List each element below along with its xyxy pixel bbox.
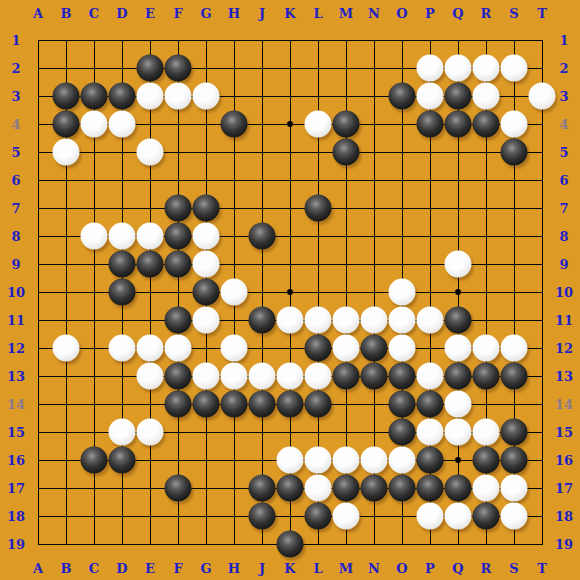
stone-white-R3 (473, 83, 500, 110)
stone-white-D4 (109, 111, 136, 138)
col-label-top-A: A (33, 7, 43, 20)
stone-white-P18 (417, 503, 444, 530)
col-label-top-K: K (284, 7, 295, 20)
col-label-bottom-B: B (61, 562, 72, 575)
col-label-top-N: N (368, 7, 380, 20)
stone-white-L16 (305, 447, 332, 474)
stone-white-O16 (389, 447, 416, 474)
row-label-left-11: 11 (7, 314, 25, 327)
stone-black-H4 (221, 111, 248, 138)
stone-black-Q11 (445, 307, 472, 334)
col-label-top-H: H (228, 7, 240, 20)
col-label-top-G: G (200, 7, 211, 20)
row-label-right-10: 10 (555, 286, 573, 299)
row-label-right-9: 9 (559, 258, 568, 271)
row-label-left-14: 14 (7, 398, 25, 411)
stone-black-O15 (389, 419, 416, 446)
row-label-left-16: 16 (7, 454, 25, 467)
row-label-right-15: 15 (555, 426, 573, 439)
stone-white-G8 (193, 223, 220, 250)
stone-black-N12 (361, 335, 388, 362)
col-label-top-L: L (313, 7, 322, 20)
row-label-right-11: 11 (555, 314, 573, 327)
row-label-left-6: 6 (11, 174, 20, 187)
stone-black-D16 (109, 447, 136, 474)
row-label-right-5: 5 (559, 146, 568, 159)
row-label-left-17: 17 (7, 482, 25, 495)
col-label-bottom-L: L (313, 562, 322, 575)
stone-white-G13 (193, 363, 220, 390)
stone-white-M18 (333, 503, 360, 530)
stone-black-N13 (361, 363, 388, 390)
stone-black-S5 (501, 139, 528, 166)
stone-white-E5 (137, 139, 164, 166)
stone-white-Q2 (445, 55, 472, 82)
row-label-left-3: 3 (11, 90, 20, 103)
star-point-Q16 (455, 457, 461, 463)
stone-black-G14 (193, 391, 220, 418)
row-label-left-12: 12 (7, 342, 25, 355)
stone-white-E15 (137, 419, 164, 446)
row-label-left-10: 10 (7, 286, 25, 299)
stone-white-Q15 (445, 419, 472, 446)
stone-white-D8 (109, 223, 136, 250)
stone-white-P2 (417, 55, 444, 82)
stone-white-S12 (501, 335, 528, 362)
stone-white-E8 (137, 223, 164, 250)
stone-white-T3 (529, 83, 556, 110)
stone-black-G7 (193, 195, 220, 222)
row-label-right-7: 7 (559, 202, 568, 215)
stone-black-O17 (389, 475, 416, 502)
stone-white-Q12 (445, 335, 472, 362)
stone-white-R2 (473, 55, 500, 82)
row-label-left-2: 2 (11, 62, 20, 75)
stone-white-D15 (109, 419, 136, 446)
stone-black-F14 (165, 391, 192, 418)
stone-black-B4 (53, 111, 80, 138)
row-label-right-13: 13 (555, 370, 573, 383)
stone-black-R16 (473, 447, 500, 474)
row-label-right-12: 12 (555, 342, 573, 355)
row-label-right-16: 16 (555, 454, 573, 467)
col-label-bottom-E: E (145, 562, 155, 575)
stone-black-D3 (109, 83, 136, 110)
col-label-top-C: C (89, 7, 99, 20)
stone-white-Q18 (445, 503, 472, 530)
stone-white-C4 (81, 111, 108, 138)
stone-white-B5 (53, 139, 80, 166)
stone-white-B12 (53, 335, 80, 362)
stone-black-F13 (165, 363, 192, 390)
col-label-top-T: T (537, 7, 547, 20)
stone-black-J17 (249, 475, 276, 502)
stone-black-F2 (165, 55, 192, 82)
stone-black-P4 (417, 111, 444, 138)
stone-white-E13 (137, 363, 164, 390)
stone-black-J14 (249, 391, 276, 418)
stone-black-M13 (333, 363, 360, 390)
stone-black-F17 (165, 475, 192, 502)
stone-black-E9 (137, 251, 164, 278)
row-label-right-17: 17 (555, 482, 573, 495)
stone-white-N11 (361, 307, 388, 334)
stone-black-J8 (249, 223, 276, 250)
stone-black-B3 (53, 83, 80, 110)
col-label-top-R: R (481, 7, 492, 20)
row-label-left-13: 13 (7, 370, 25, 383)
col-label-bottom-C: C (89, 562, 99, 575)
stone-black-E2 (137, 55, 164, 82)
stone-white-K11 (277, 307, 304, 334)
stone-white-O12 (389, 335, 416, 362)
stone-white-E12 (137, 335, 164, 362)
stone-white-Q14 (445, 391, 472, 418)
stone-black-S15 (501, 419, 528, 446)
stone-black-R13 (473, 363, 500, 390)
stone-black-D10 (109, 279, 136, 306)
stone-white-G11 (193, 307, 220, 334)
row-label-left-4: 4 (11, 118, 20, 131)
stone-black-P14 (417, 391, 444, 418)
stone-black-L14 (305, 391, 332, 418)
stone-white-S17 (501, 475, 528, 502)
col-label-top-P: P (425, 7, 435, 20)
stone-black-K19 (277, 531, 304, 558)
row-label-right-14: 14 (555, 398, 573, 411)
stone-black-G10 (193, 279, 220, 306)
stone-black-N17 (361, 475, 388, 502)
stone-white-P13 (417, 363, 444, 390)
stone-white-G9 (193, 251, 220, 278)
col-label-bottom-S: S (509, 562, 518, 575)
stone-white-K13 (277, 363, 304, 390)
stone-white-L13 (305, 363, 332, 390)
col-label-bottom-N: N (368, 562, 380, 575)
col-label-bottom-P: P (425, 562, 435, 575)
row-label-right-3: 3 (559, 90, 568, 103)
stone-white-D12 (109, 335, 136, 362)
stone-black-Q17 (445, 475, 472, 502)
col-label-bottom-T: T (537, 562, 547, 575)
stone-black-O14 (389, 391, 416, 418)
row-label-left-1: 1 (11, 34, 20, 47)
col-label-bottom-K: K (284, 562, 295, 575)
stone-white-P15 (417, 419, 444, 446)
row-label-right-2: 2 (559, 62, 568, 75)
stone-white-N16 (361, 447, 388, 474)
stone-white-R12 (473, 335, 500, 362)
stone-black-P17 (417, 475, 444, 502)
col-label-top-B: B (61, 7, 72, 20)
stone-white-M11 (333, 307, 360, 334)
row-label-right-19: 19 (555, 538, 573, 551)
col-label-bottom-F: F (173, 562, 182, 575)
row-label-left-7: 7 (11, 202, 20, 215)
stone-white-P11 (417, 307, 444, 334)
col-label-top-Q: Q (452, 7, 463, 20)
stone-black-C3 (81, 83, 108, 110)
col-label-bottom-D: D (116, 562, 127, 575)
stone-white-O10 (389, 279, 416, 306)
stone-black-F11 (165, 307, 192, 334)
col-label-bottom-O: O (396, 562, 407, 575)
stone-white-M12 (333, 335, 360, 362)
stone-black-K14 (277, 391, 304, 418)
stone-white-Q9 (445, 251, 472, 278)
col-label-top-M: M (339, 7, 353, 20)
row-label-left-15: 15 (7, 426, 25, 439)
stone-white-K16 (277, 447, 304, 474)
col-label-bottom-A: A (33, 562, 43, 575)
stone-black-C16 (81, 447, 108, 474)
stone-white-F3 (165, 83, 192, 110)
stone-black-L18 (305, 503, 332, 530)
row-label-left-18: 18 (7, 510, 25, 523)
stone-black-R18 (473, 503, 500, 530)
col-label-top-D: D (116, 7, 127, 20)
star-point-K4 (287, 121, 293, 127)
col-label-bottom-R: R (481, 562, 492, 575)
stone-white-L4 (305, 111, 332, 138)
stone-white-G3 (193, 83, 220, 110)
stone-black-H14 (221, 391, 248, 418)
col-label-bottom-G: G (200, 562, 211, 575)
stone-black-Q4 (445, 111, 472, 138)
stone-white-H10 (221, 279, 248, 306)
stone-black-L7 (305, 195, 332, 222)
stone-black-Q13 (445, 363, 472, 390)
stone-black-M17 (333, 475, 360, 502)
stone-black-F8 (165, 223, 192, 250)
stone-black-M5 (333, 139, 360, 166)
stone-white-H13 (221, 363, 248, 390)
row-label-right-1: 1 (559, 34, 568, 47)
stone-black-F9 (165, 251, 192, 278)
col-label-top-O: O (396, 7, 407, 20)
go-board-stage: AABBCCDDEEFFGGHHJJKKLLMMNNOOPPQQRRSSTT11… (0, 0, 580, 580)
row-label-left-9: 9 (11, 258, 20, 271)
stone-white-R15 (473, 419, 500, 446)
col-label-bottom-Q: Q (452, 562, 463, 575)
stone-white-L17 (305, 475, 332, 502)
row-label-left-8: 8 (11, 230, 20, 243)
stone-white-S2 (501, 55, 528, 82)
stone-black-L12 (305, 335, 332, 362)
stone-black-F7 (165, 195, 192, 222)
stone-white-C8 (81, 223, 108, 250)
col-label-top-F: F (173, 7, 182, 20)
stone-white-P3 (417, 83, 444, 110)
stone-white-J13 (249, 363, 276, 390)
stone-black-Q3 (445, 83, 472, 110)
star-point-K10 (287, 289, 293, 295)
stone-white-F12 (165, 335, 192, 362)
stone-black-S16 (501, 447, 528, 474)
stone-black-R4 (473, 111, 500, 138)
col-label-top-S: S (509, 7, 518, 20)
stone-black-S13 (501, 363, 528, 390)
stone-black-O13 (389, 363, 416, 390)
stone-white-M16 (333, 447, 360, 474)
stone-black-M4 (333, 111, 360, 138)
row-label-right-8: 8 (559, 230, 568, 243)
stone-black-D9 (109, 251, 136, 278)
row-label-right-18: 18 (555, 510, 573, 523)
stone-black-J18 (249, 503, 276, 530)
col-label-bottom-J: J (259, 562, 265, 575)
stone-white-O11 (389, 307, 416, 334)
row-label-left-19: 19 (7, 538, 25, 551)
stone-black-K17 (277, 475, 304, 502)
row-label-left-5: 5 (11, 146, 20, 159)
stone-white-S18 (501, 503, 528, 530)
col-label-top-E: E (145, 7, 155, 20)
stone-black-P16 (417, 447, 444, 474)
stone-white-R17 (473, 475, 500, 502)
stone-white-E3 (137, 83, 164, 110)
stone-white-H12 (221, 335, 248, 362)
col-label-bottom-M: M (339, 562, 353, 575)
star-point-Q10 (455, 289, 461, 295)
col-label-top-J: J (259, 7, 265, 20)
stone-black-O3 (389, 83, 416, 110)
row-label-right-6: 6 (559, 174, 568, 187)
stone-white-S4 (501, 111, 528, 138)
col-label-bottom-H: H (228, 562, 240, 575)
row-label-right-4: 4 (559, 118, 568, 131)
stone-white-L11 (305, 307, 332, 334)
stone-black-J11 (249, 307, 276, 334)
